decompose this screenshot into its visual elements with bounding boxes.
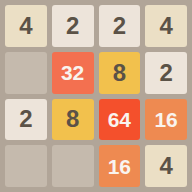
empty-cell <box>52 145 94 187</box>
tile-2: 2 <box>5 99 47 141</box>
tile-2: 2 <box>52 5 94 47</box>
tile-8: 8 <box>99 52 141 94</box>
tile-32: 32 <box>52 52 94 94</box>
tile-2: 2 <box>145 52 187 94</box>
empty-cell <box>5 52 47 94</box>
empty-cell <box>5 145 47 187</box>
tile-8: 8 <box>52 99 94 141</box>
tile-2: 2 <box>99 5 141 47</box>
tile-64: 64 <box>99 99 141 141</box>
game-board-2048[interactable]: 42243282286416164 <box>0 0 192 192</box>
tile-4: 4 <box>145 5 187 47</box>
tile-4: 4 <box>145 145 187 187</box>
tile-4: 4 <box>5 5 47 47</box>
tile-16: 16 <box>145 99 187 141</box>
tile-16: 16 <box>99 145 141 187</box>
